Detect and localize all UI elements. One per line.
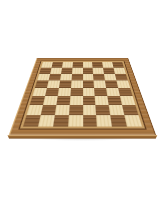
square-b1[interactable]	[37, 115, 54, 126]
square-b4[interactable]	[44, 88, 58, 96]
square-g3[interactable]	[107, 96, 122, 105]
square-e4[interactable]	[82, 88, 95, 96]
square-h3[interactable]	[120, 96, 135, 105]
photo-background	[0, 0, 164, 200]
square-e1[interactable]	[82, 115, 97, 126]
square-h5[interactable]	[116, 80, 130, 87]
chessboard	[8, 58, 156, 135]
square-a1[interactable]	[23, 115, 40, 126]
square-d1[interactable]	[67, 115, 82, 126]
square-g4[interactable]	[106, 88, 120, 96]
square-a3[interactable]	[29, 96, 44, 105]
square-d6[interactable]	[71, 74, 82, 81]
square-f3[interactable]	[95, 96, 109, 105]
square-g5[interactable]	[105, 80, 118, 87]
square-f2[interactable]	[95, 105, 110, 115]
square-c3[interactable]	[56, 96, 70, 105]
square-d2[interactable]	[68, 105, 82, 115]
square-b5[interactable]	[46, 80, 59, 87]
square-b3[interactable]	[42, 96, 57, 105]
square-e3[interactable]	[82, 96, 95, 105]
square-c1[interactable]	[52, 115, 68, 126]
square-g2[interactable]	[108, 105, 124, 115]
square-d3[interactable]	[69, 96, 82, 105]
square-h4[interactable]	[118, 88, 132, 96]
square-f5[interactable]	[93, 80, 105, 87]
board-grid	[23, 62, 142, 127]
square-b6[interactable]	[48, 74, 60, 81]
square-a2[interactable]	[26, 105, 42, 115]
board-front-edge	[7, 135, 157, 138]
square-h2[interactable]	[122, 105, 138, 115]
square-a4[interactable]	[32, 88, 46, 96]
square-c6[interactable]	[59, 74, 71, 81]
square-e2[interactable]	[82, 105, 96, 115]
square-h1[interactable]	[124, 115, 141, 126]
square-c2[interactable]	[54, 105, 69, 115]
square-c4[interactable]	[57, 88, 70, 96]
square-d5[interactable]	[70, 80, 82, 87]
square-h6[interactable]	[114, 74, 127, 81]
square-e5[interactable]	[82, 80, 94, 87]
frame-pinstripe	[18, 61, 146, 130]
square-e6[interactable]	[82, 74, 93, 81]
square-d4[interactable]	[69, 88, 82, 96]
square-f4[interactable]	[94, 88, 107, 96]
board-frame	[8, 58, 156, 135]
square-f1[interactable]	[96, 115, 112, 126]
square-c5[interactable]	[58, 80, 70, 87]
square-f6[interactable]	[93, 74, 105, 81]
square-g1[interactable]	[110, 115, 127, 126]
square-g6[interactable]	[104, 74, 116, 81]
square-b2[interactable]	[40, 105, 56, 115]
